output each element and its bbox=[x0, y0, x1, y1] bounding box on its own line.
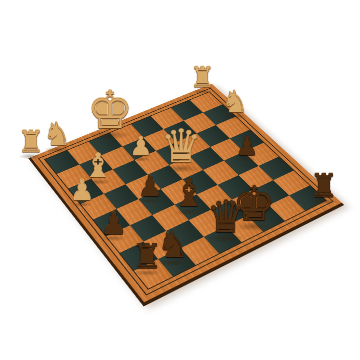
white-king-glyph: ♚ bbox=[87, 84, 134, 136]
white-pawn-d3-piece[interactable]: ♟ bbox=[129, 133, 152, 159]
white-king-d2-piece[interactable]: ♚ bbox=[87, 84, 134, 136]
white-pawn-a4-piece[interactable]: ♟ bbox=[69, 177, 94, 205]
black-pawn-glyph: ♟ bbox=[101, 209, 128, 239]
photo-background: ♜♞♚♜♝♟♞♟♛♟♟♟♝♜♞♛♚♜ bbox=[0, 0, 360, 360]
black-bishop-glyph: ♝ bbox=[172, 174, 206, 212]
black-pawn-c4-piece[interactable]: ♟ bbox=[137, 173, 162, 201]
white-knight-glyph: ♞ bbox=[222, 87, 249, 117]
black-queen-e6-piece[interactable]: ♛ bbox=[206, 195, 245, 239]
black-rook-glyph: ♜ bbox=[310, 170, 339, 202]
black-pawn-glyph: ♟ bbox=[137, 173, 162, 201]
white-knight-b1-piece[interactable]: ♞ bbox=[43, 118, 72, 150]
black-rook-h7-piece[interactable]: ♜ bbox=[310, 170, 339, 202]
black-pawn-a5-piece[interactable]: ♟ bbox=[101, 209, 128, 239]
black-queen-glyph: ♛ bbox=[206, 195, 245, 239]
black-rook-glyph: ♜ bbox=[132, 239, 162, 273]
white-knight-h3-piece[interactable]: ♞ bbox=[222, 87, 249, 117]
white-rook-glyph: ♜ bbox=[189, 64, 214, 92]
black-rook-a6-piece[interactable]: ♜ bbox=[132, 239, 162, 273]
white-queen-e4-piece[interactable]: ♛ bbox=[160, 123, 201, 169]
black-pawn-glyph: ♟ bbox=[235, 133, 258, 159]
white-queen-glyph: ♛ bbox=[160, 123, 201, 169]
white-rook-a1-piece[interactable]: ♜ bbox=[18, 127, 45, 157]
white-knight-glyph: ♞ bbox=[43, 118, 72, 150]
black-bishop-d5-piece[interactable]: ♝ bbox=[172, 174, 206, 212]
white-pawn-glyph: ♟ bbox=[129, 133, 152, 159]
white-rook-h2-piece[interactable]: ♜ bbox=[189, 64, 214, 92]
white-pawn-glyph: ♟ bbox=[69, 177, 94, 205]
black-pawn-g5-piece[interactable]: ♟ bbox=[235, 133, 258, 159]
white-rook-glyph: ♜ bbox=[18, 127, 45, 157]
